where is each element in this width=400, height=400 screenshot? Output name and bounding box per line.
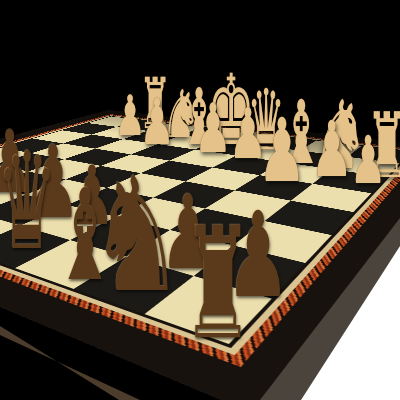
pieces-layer: ♟♜♞♝♚♛♝♞♜♟♟♟♟♟♟♟♛♟♟♝♞♟♜♟ [0,0,400,400]
chess-product-photo: ♟♜♞♝♚♛♝♞♜♟♟♟♟♟♟♟♛♟♟♝♞♟♜♟ [0,0,400,400]
white-pawn: ♟ [311,111,354,188]
black-knight: ♞ [89,156,185,314]
black-rook: ♜ [182,207,254,361]
black-queen: ♛ [0,135,57,269]
white-pawn: ♟ [194,95,232,163]
white-pawn: ♟ [258,107,307,195]
white-pawn: ♟ [350,128,387,194]
